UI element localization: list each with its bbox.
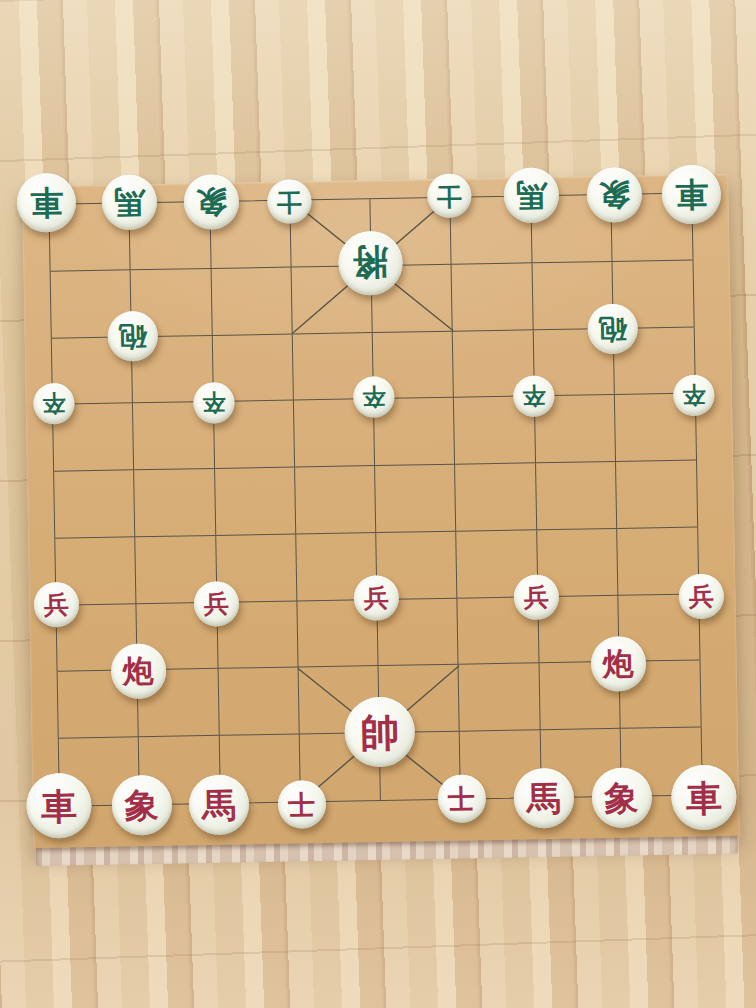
piece-red-soldier[interactable]: 兵 (678, 574, 724, 620)
piece-red-chariot[interactable]: 車 (671, 764, 737, 830)
piece-green-soldier[interactable]: 卒 (193, 382, 235, 424)
piece-red-horse[interactable]: 馬 (513, 768, 574, 829)
piece-red-elephant[interactable]: 象 (591, 767, 652, 828)
elephant-character: 象 (124, 788, 159, 823)
piece-green-soldier[interactable]: 卒 (673, 375, 715, 417)
cannon-character: 炮 (602, 648, 634, 680)
advisor-character: 士 (436, 183, 461, 208)
piece-green-horse[interactable]: 馬 (101, 174, 157, 230)
piece-green-soldier[interactable]: 卒 (33, 383, 75, 425)
chariot-character: 車 (41, 787, 78, 824)
piece-green-elephant[interactable]: 象 (586, 167, 642, 223)
xiangqi-board-wrap: 車馬象士士馬象車將砲砲卒卒卒卒卒兵兵兵兵兵炮炮帥車象馬士士馬象車 (22, 174, 740, 866)
chariot-character: 車 (675, 178, 709, 212)
horse-character: 馬 (527, 781, 562, 816)
soldier-character: 卒 (362, 385, 385, 408)
piece-red-horse[interactable]: 馬 (188, 774, 249, 835)
piece-green-soldier[interactable]: 卒 (513, 375, 555, 417)
soldier-character: 兵 (524, 585, 549, 610)
piece-red-advisor[interactable]: 士 (437, 774, 486, 823)
pieces-layer: 車馬象士士馬象車將砲砲卒卒卒卒卒兵兵兵兵兵炮炮帥車象馬士士馬象車 (22, 174, 740, 866)
advisor-character: 士 (448, 785, 475, 812)
piece-red-elephant[interactable]: 象 (111, 775, 172, 836)
piece-green-chariot[interactable]: 車 (16, 173, 76, 233)
soldier-character: 兵 (364, 585, 389, 610)
chariot-character: 車 (686, 779, 723, 816)
piece-red-chariot[interactable]: 車 (26, 773, 92, 839)
piece-green-general[interactable]: 將 (338, 231, 403, 296)
soldier-character: 卒 (202, 391, 225, 414)
piece-green-cannon[interactable]: 砲 (587, 304, 638, 355)
general-character: 將 (352, 245, 389, 282)
piece-green-elephant[interactable]: 象 (183, 174, 239, 230)
soldier-character: 兵 (204, 591, 229, 616)
piece-green-chariot[interactable]: 車 (661, 165, 721, 225)
elephant-character: 象 (598, 179, 630, 211)
piece-green-advisor[interactable]: 士 (267, 179, 312, 224)
piece-red-soldier[interactable]: 兵 (34, 582, 80, 628)
piece-red-cannon[interactable]: 炮 (110, 643, 166, 699)
horse-character: 馬 (516, 180, 548, 212)
piece-green-cannon[interactable]: 砲 (107, 311, 158, 362)
advisor-character: 士 (276, 189, 301, 214)
piece-red-cannon[interactable]: 炮 (590, 636, 646, 692)
cannon-character: 砲 (598, 315, 626, 343)
elephant-character: 象 (604, 781, 639, 816)
piece-red-soldier[interactable]: 兵 (513, 574, 559, 620)
cannon-character: 砲 (118, 322, 146, 350)
piece-red-advisor[interactable]: 士 (277, 780, 326, 829)
horse-character: 馬 (202, 788, 237, 823)
advisor-character: 士 (288, 791, 315, 818)
general-character: 帥 (360, 712, 400, 752)
piece-red-soldier[interactable]: 兵 (194, 581, 240, 627)
piece-red-general[interactable]: 帥 (344, 696, 415, 767)
chariot-character: 車 (30, 186, 64, 220)
soldier-character: 卒 (682, 384, 705, 407)
piece-green-advisor[interactable]: 士 (426, 173, 471, 218)
piece-green-soldier[interactable]: 卒 (353, 376, 395, 418)
soldier-character: 卒 (522, 385, 545, 408)
piece-green-horse[interactable]: 馬 (503, 167, 559, 223)
soldier-character: 兵 (689, 584, 714, 609)
cannon-character: 炮 (122, 655, 154, 687)
horse-character: 馬 (113, 187, 145, 219)
floor: 車馬象士士馬象車將砲砲卒卒卒卒卒兵兵兵兵兵炮炮帥車象馬士士馬象車 (0, 0, 756, 1008)
piece-red-soldier[interactable]: 兵 (353, 575, 399, 621)
soldier-character: 卒 (42, 392, 65, 415)
elephant-character: 象 (196, 186, 228, 218)
soldier-character: 兵 (44, 592, 69, 617)
